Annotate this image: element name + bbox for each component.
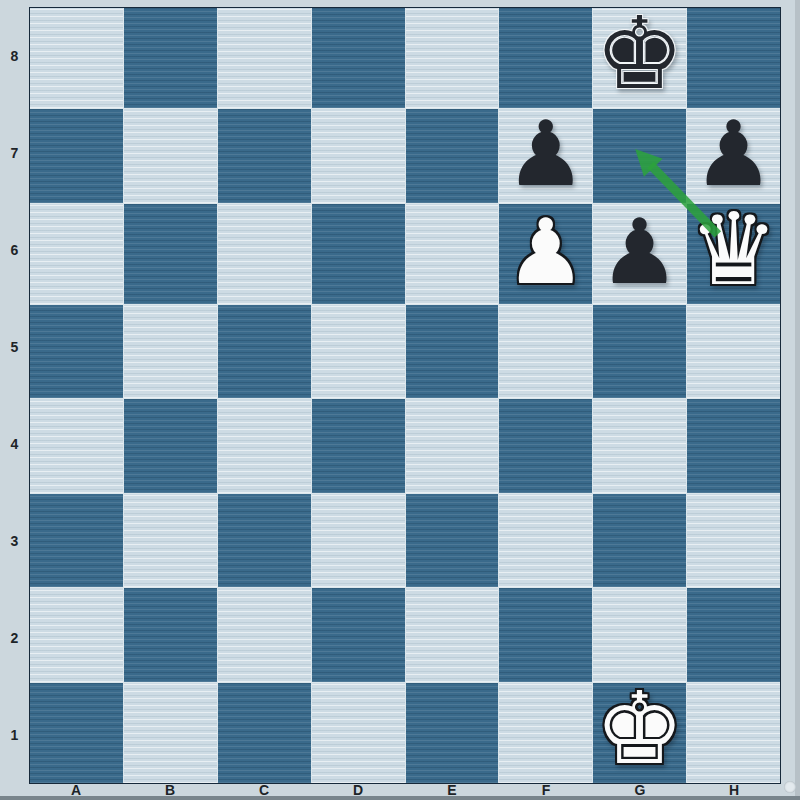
square-d1[interactable] [312,683,405,783]
square-b7[interactable] [124,109,217,203]
white-pawn[interactable]: ♟ [505,207,586,297]
square-h5[interactable] [687,305,780,399]
square-e7[interactable] [406,109,499,203]
square-b4[interactable] [124,399,217,493]
square-d8[interactable] [312,8,405,108]
rank-label-6: 6 [0,201,29,298]
square-e8[interactable] [406,8,499,108]
square-c8[interactable] [218,8,311,108]
square-g5[interactable] [593,305,686,399]
square-b6[interactable] [124,204,217,304]
rank-label-2: 2 [0,590,29,687]
square-a3[interactable] [30,494,123,588]
square-h7[interactable]: ♟ [687,109,780,203]
square-f8[interactable] [499,8,592,108]
square-d2[interactable] [312,588,405,682]
corner-grip-dot [784,781,796,793]
square-d3[interactable] [312,494,405,588]
square-c2[interactable] [218,588,311,682]
square-h2[interactable] [687,588,780,682]
square-a8[interactable] [30,8,123,108]
square-e3[interactable] [406,494,499,588]
square-d4[interactable] [312,399,405,493]
square-b3[interactable] [124,494,217,588]
rank-label-7: 7 [0,104,29,201]
square-a4[interactable] [30,399,123,493]
square-f2[interactable] [499,588,592,682]
square-f4[interactable] [499,399,592,493]
chess-board: ♚♟♟♟♟♛♚ [29,7,781,784]
square-c1[interactable] [218,683,311,783]
square-f1[interactable] [499,683,592,783]
square-d5[interactable] [312,305,405,399]
square-b2[interactable] [124,588,217,682]
square-e4[interactable] [406,399,499,493]
square-h3[interactable] [687,494,780,588]
board-grid: ♚♟♟♟♟♛♚ [30,8,780,783]
rank-label-1: 1 [0,687,29,784]
black-pawn[interactable]: ♟ [599,207,680,297]
square-h8[interactable] [687,8,780,108]
square-a1[interactable] [30,683,123,783]
rank-label-3: 3 [0,493,29,590]
rank-label-8: 8 [0,7,29,104]
square-f5[interactable] [499,305,592,399]
square-c3[interactable] [218,494,311,588]
square-a7[interactable] [30,109,123,203]
chess-app-window: ♚♟♟♟♟♛♚ 87654321 ABCDEFGH [0,0,800,800]
square-a5[interactable] [30,305,123,399]
square-d6[interactable] [312,204,405,304]
square-c4[interactable] [218,399,311,493]
square-c7[interactable] [218,109,311,203]
window-right-edge [795,0,800,800]
rank-labels: 87654321 [0,7,29,784]
square-f6[interactable]: ♟ [499,204,592,304]
square-f3[interactable] [499,494,592,588]
window-bottom-edge [0,796,800,800]
square-b5[interactable] [124,305,217,399]
square-e1[interactable] [406,683,499,783]
square-h6[interactable]: ♛ [687,204,780,304]
square-a6[interactable] [30,204,123,304]
rank-label-5: 5 [0,298,29,395]
square-f7[interactable]: ♟ [499,109,592,203]
black-pawn[interactable]: ♟ [505,109,586,199]
square-g3[interactable] [593,494,686,588]
square-g8[interactable]: ♚ [593,8,686,108]
square-g6[interactable]: ♟ [593,204,686,304]
square-b1[interactable] [124,683,217,783]
square-e2[interactable] [406,588,499,682]
black-king[interactable]: ♚ [595,4,685,104]
square-g2[interactable] [593,588,686,682]
white-queen[interactable]: ♛ [689,200,779,300]
square-d7[interactable] [312,109,405,203]
square-e6[interactable] [406,204,499,304]
square-c6[interactable] [218,204,311,304]
black-pawn[interactable]: ♟ [693,109,774,199]
square-e5[interactable] [406,305,499,399]
square-g4[interactable] [593,399,686,493]
square-c5[interactable] [218,305,311,399]
square-h4[interactable] [687,399,780,493]
square-g1[interactable]: ♚ [593,683,686,783]
square-a2[interactable] [30,588,123,682]
square-g7[interactable] [593,109,686,203]
square-h1[interactable] [687,683,780,783]
rank-label-4: 4 [0,396,29,493]
white-king[interactable]: ♚ [595,679,685,779]
square-b8[interactable] [124,8,217,108]
